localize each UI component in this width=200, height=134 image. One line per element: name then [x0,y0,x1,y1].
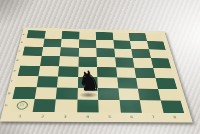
square-g2[interactable] [34,87,57,99]
square-h4[interactable] [77,99,99,112]
square-g1[interactable] [12,87,36,99]
square-f2[interactable] [36,76,58,87]
coordinate-mark: 5 [108,115,111,121]
square-d2[interactable] [40,56,60,66]
coordinate-mark: 1 [18,114,22,120]
square-g6[interactable] [118,88,140,100]
square-e7[interactable] [134,67,155,77]
square-c4[interactable] [78,48,96,57]
coordinate-mark: 6 [130,115,134,121]
coordinate-mark: 7 [152,115,156,121]
black-knight-piece[interactable]: ♞ [76,67,102,94]
square-f7[interactable] [136,78,158,89]
square-f8[interactable] [155,78,177,89]
board-logo-knight-icon: ♘ [16,101,28,109]
coordinate-mark: 8 [173,115,177,121]
coordinate-mark: 3 [64,115,67,121]
square-f6[interactable] [117,77,138,88]
square-h2[interactable] [32,99,56,112]
square-d6[interactable] [115,58,135,68]
square-h6[interactable] [119,100,142,113]
square-f3[interactable] [57,76,78,87]
square-c3[interactable] [60,47,79,56]
square-g8[interactable] [158,89,181,101]
square-h8[interactable] [160,100,184,113]
square-e2[interactable] [38,66,59,77]
square-h3[interactable] [55,99,78,112]
square-c6[interactable] [114,49,133,58]
square-g3[interactable] [56,87,78,99]
square-h1[interactable]: ♘ [9,99,34,112]
square-d1[interactable] [20,56,41,66]
square-f1[interactable] [15,76,38,87]
square-h5[interactable] [98,100,120,113]
coordinate-mark: 2 [41,114,45,120]
bottom-edge-coordinates: 12345678 [8,114,187,121]
square-c7[interactable] [131,49,150,58]
square-g7[interactable] [138,88,160,100]
square-e1[interactable] [18,65,40,76]
square-c5[interactable] [96,48,114,57]
square-c8[interactable] [149,49,169,58]
coordinate-mark: 4 [86,115,89,121]
square-d3[interactable] [59,56,78,66]
square-c2[interactable] [41,47,60,56]
square-d7[interactable] [133,58,153,68]
square-e8[interactable] [153,68,174,78]
square-e6[interactable] [116,67,136,77]
square-c1[interactable] [22,47,42,56]
photo-background: ♘ 12345678 abcdefgh ♞ [0,0,200,134]
square-h7[interactable] [140,100,163,113]
square-d8[interactable] [151,58,171,68]
